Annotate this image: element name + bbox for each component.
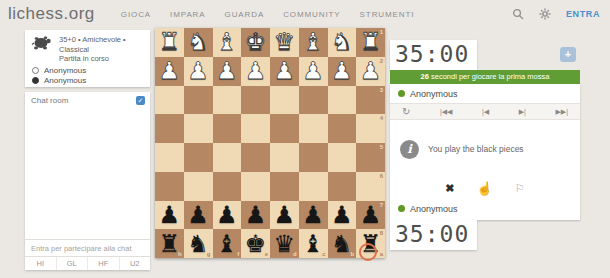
first-move-banner: 26 secondi per giocare la prima mossa <box>390 70 580 84</box>
square-f6[interactable] <box>213 172 242 201</box>
white-pawn[interactable]: ♟ <box>184 57 213 86</box>
banner-text: secondi per giocare la prima mossa <box>429 72 549 81</box>
square-b1[interactable]: ♞ <box>328 28 357 57</box>
white-queen[interactable]: ♛ <box>270 28 299 57</box>
opponent-name: Anonymous <box>410 89 458 99</box>
chess-board: ♜♞♝♚♛♝♞♜1♟♟♟♟♟♟♟♟23456♟♟♟♟♟♟♟♟7♜h♞g♝f♚e♛… <box>155 28 385 258</box>
square-d6[interactable] <box>270 172 299 201</box>
square-d1[interactable]: ♛ <box>270 28 299 57</box>
black-player-row: Anonymous <box>25 75 150 85</box>
black-pawn[interactable]: ♟ <box>299 201 328 230</box>
nav-gioca[interactable]: GIOCA <box>121 10 151 19</box>
square-g2[interactable]: ♟ <box>184 57 213 86</box>
rank-label: 8 <box>380 230 383 236</box>
lichess-logo[interactable]: lichess.org <box>8 4 95 24</box>
square-g7[interactable]: ♟ <box>184 201 213 230</box>
chat-quick-hi[interactable]: HI <box>25 257 56 270</box>
square-h2[interactable]: ♟ <box>155 57 184 86</box>
white-bishop[interactable]: ♝ <box>299 28 328 57</box>
white-pawn[interactable]: ♟ <box>213 57 242 86</box>
banner-seconds: 26 <box>421 72 429 81</box>
square-b3[interactable] <box>328 86 357 115</box>
file-label: c <box>322 251 325 257</box>
square-e3[interactable] <box>241 86 270 115</box>
square-a2[interactable]: ♟2 <box>356 57 385 86</box>
rank-label: 4 <box>380 115 383 121</box>
thumbs-up-icon[interactable]: ☝ <box>477 182 493 195</box>
side-info-row: i You play the black pieces <box>390 120 580 178</box>
time-control: 35+0 • Amichevole • <box>59 35 126 45</box>
file-label: g <box>207 251 211 257</box>
square-d3[interactable] <box>270 86 299 115</box>
chat-quick-buttons: HI GL HF U2 <box>25 256 150 270</box>
file-label: d <box>293 251 297 257</box>
white-king[interactable]: ♚ <box>241 28 270 57</box>
square-e5[interactable] <box>241 143 270 172</box>
chat-quick-hf[interactable]: HF <box>87 257 119 270</box>
square-c8[interactable]: ♝c <box>299 229 328 258</box>
square-a4[interactable]: 4 <box>356 114 385 143</box>
chat-toggle-checkbox[interactable]: ✓ <box>136 96 145 105</box>
square-f7[interactable]: ♟ <box>213 201 242 230</box>
zoom-plus-button[interactable]: + <box>560 47 576 62</box>
game-info-text: 35+0 • Amichevole • Classical Partita in… <box>59 35 126 64</box>
search-icon[interactable] <box>512 8 524 20</box>
online-dot-icon <box>398 205 405 212</box>
nav-impara[interactable]: IMPARA <box>170 10 205 19</box>
info-icon: i <box>400 140 419 159</box>
square-f4[interactable] <box>213 114 242 143</box>
file-label: b <box>351 251 355 257</box>
annotation-circle <box>359 243 377 261</box>
square-e4[interactable] <box>241 114 270 143</box>
square-g8[interactable]: ♞g <box>184 229 213 258</box>
square-h4[interactable] <box>155 114 184 143</box>
square-c3[interactable] <box>299 86 328 115</box>
square-d4[interactable] <box>270 114 299 143</box>
square-c6[interactable] <box>299 172 328 201</box>
square-c1[interactable]: ♝ <box>299 28 328 57</box>
chat-quick-gl[interactable]: GL <box>56 257 88 270</box>
top-clock-time: 35:00 <box>395 41 469 67</box>
file-label: f <box>237 251 239 257</box>
chat-quick-u2[interactable]: U2 <box>119 257 151 270</box>
login-button[interactable]: ENTRA <box>566 9 600 19</box>
chat-header: Chat room ✓ <box>25 92 150 108</box>
white-pawn[interactable]: ♟ <box>155 57 184 86</box>
white-rook[interactable]: ♜ <box>155 28 184 57</box>
square-h1[interactable]: ♜ <box>155 28 184 57</box>
black-player-name: Anonymous <box>44 76 86 85</box>
black-pawn[interactable]: ♟ <box>270 201 299 230</box>
game-actions-row: ✖ ☝ ⚐ <box>390 178 580 199</box>
white-pawn[interactable]: ♟ <box>299 57 328 86</box>
square-g1[interactable]: ♞ <box>184 28 213 57</box>
chat-title: Chat room <box>31 96 68 105</box>
white-color-icon <box>32 67 39 74</box>
bottom-clock-time: 35:00 <box>395 221 469 247</box>
square-g6[interactable] <box>184 172 213 201</box>
chat-input[interactable]: Entra per partecipare alla chat <box>25 239 150 256</box>
move-nav-row: ↻ |◀◀ |◀ ▶| ▶▶| <box>390 103 580 120</box>
square-g3[interactable] <box>184 86 213 115</box>
top-clock: 35:00 <box>390 40 477 70</box>
online-dot-icon <box>398 90 405 97</box>
game-status: Partita in corso <box>59 54 126 64</box>
square-a5[interactable]: 5 <box>356 143 385 172</box>
white-pawn[interactable]: ♟ <box>328 57 357 86</box>
white-knight[interactable]: ♞ <box>184 28 213 57</box>
square-d2[interactable]: ♟ <box>270 57 299 86</box>
square-c2[interactable]: ♟ <box>299 57 328 86</box>
black-pawn[interactable]: ♟ <box>155 201 184 230</box>
square-e8[interactable]: ♚e <box>241 229 270 258</box>
prev-move-icon[interactable]: |◀ <box>482 108 489 116</box>
square-d5[interactable] <box>270 143 299 172</box>
square-e1[interactable]: ♚ <box>241 28 270 57</box>
white-player-name: Anonymous <box>44 66 86 75</box>
speed-label: Classical <box>59 45 126 55</box>
game-info-top: 35+0 • Amichevole • Classical Partita in… <box>25 30 150 65</box>
square-a6[interactable]: 6 <box>356 172 385 201</box>
rank-label: 7 <box>380 202 383 208</box>
nav-strumenti[interactable]: STRUMENTI <box>360 10 415 19</box>
rank-label: 6 <box>380 173 383 179</box>
black-pawn[interactable]: ♟ <box>213 201 242 230</box>
side-info-text: You play the black pieces <box>428 144 524 154</box>
square-e6[interactable] <box>241 172 270 201</box>
square-f1[interactable]: ♝ <box>213 28 242 57</box>
black-pawn[interactable]: ♟ <box>241 201 270 230</box>
file-label: h <box>178 251 182 257</box>
rank-label: 3 <box>380 87 383 93</box>
square-f8[interactable]: ♝f <box>213 229 242 258</box>
next-move-icon[interactable]: ▶| <box>519 108 526 116</box>
game-info-card: 35+0 • Amichevole • Classical Partita in… <box>25 30 150 87</box>
square-d7[interactable]: ♟ <box>270 201 299 230</box>
square-b8[interactable]: ♞b <box>328 229 357 258</box>
black-pawn[interactable]: ♟ <box>328 201 357 230</box>
bottom-clock: 35:00 <box>390 220 477 250</box>
file-label: a <box>380 251 383 257</box>
square-h8[interactable]: ♜h <box>155 229 184 258</box>
rank-label: 5 <box>380 144 383 150</box>
square-h7[interactable]: ♟ <box>155 201 184 230</box>
white-pawn[interactable]: ♟ <box>270 57 299 86</box>
white-player-row: Anonymous <box>25 65 150 75</box>
square-a1[interactable]: ♜1 <box>356 28 385 57</box>
square-c7[interactable]: ♟ <box>299 201 328 230</box>
last-move-icon[interactable]: ▶▶| <box>555 108 568 116</box>
white-pawn[interactable]: ♟ <box>241 57 270 86</box>
square-h3[interactable] <box>155 86 184 115</box>
player-row: Anonymous <box>390 199 580 218</box>
square-g5[interactable] <box>184 143 213 172</box>
main-nav: GIOCA IMPARA GUARDA COMMUNITY STRUMENTI <box>121 10 415 19</box>
first-move-icon[interactable]: |◀◀ <box>440 108 453 116</box>
top-header: lichess.org GIOCA IMPARA GUARDA COMMUNIT… <box>0 0 610 28</box>
square-a3[interactable]: 3 <box>356 86 385 115</box>
nav-guarda[interactable]: GUARDA <box>225 10 265 19</box>
square-b7[interactable]: ♟ <box>328 201 357 230</box>
square-c4[interactable] <box>299 114 328 143</box>
flip-board-icon[interactable]: ↻ <box>402 106 410 117</box>
square-g4[interactable] <box>184 114 213 143</box>
rank-label: 2 <box>380 58 383 64</box>
square-c5[interactable] <box>299 143 328 172</box>
black-color-icon <box>32 77 39 84</box>
square-f3[interactable] <box>213 86 242 115</box>
square-e2[interactable]: ♟ <box>241 57 270 86</box>
black-pawn[interactable]: ♟ <box>184 201 213 230</box>
square-h5[interactable] <box>155 143 184 172</box>
square-b6[interactable] <box>328 172 357 201</box>
square-h6[interactable] <box>155 172 184 201</box>
resign-flag-icon[interactable]: ⚐ <box>515 183 525 194</box>
square-b5[interactable] <box>328 143 357 172</box>
header-right: ENTRA <box>512 0 600 28</box>
square-e7[interactable]: ♟ <box>241 201 270 230</box>
gear-icon[interactable] <box>539 8 551 20</box>
square-a7[interactable]: ♟7 <box>356 201 385 230</box>
turtle-icon <box>31 35 53 53</box>
nav-community[interactable]: COMMUNITY <box>283 10 340 19</box>
abort-game-icon[interactable]: ✖ <box>445 183 454 194</box>
square-f2[interactable]: ♟ <box>213 57 242 86</box>
file-label: e <box>265 251 268 257</box>
white-knight[interactable]: ♞ <box>328 28 357 57</box>
rank-label: 1 <box>380 29 383 35</box>
square-d8[interactable]: ♛d <box>270 229 299 258</box>
white-bishop[interactable]: ♝ <box>213 28 242 57</box>
square-b4[interactable] <box>328 114 357 143</box>
chat-card: Chat room ✓ Entra per partecipare alla c… <box>25 92 150 270</box>
opponent-row: Anonymous <box>390 84 580 103</box>
square-b2[interactable]: ♟ <box>328 57 357 86</box>
chat-messages-area <box>25 108 150 239</box>
player-name: Anonymous <box>410 204 458 214</box>
game-side-card: Anonymous ↻ |◀◀ |◀ ▶| ▶▶| i You play the… <box>390 84 580 220</box>
square-f5[interactable] <box>213 143 242 172</box>
